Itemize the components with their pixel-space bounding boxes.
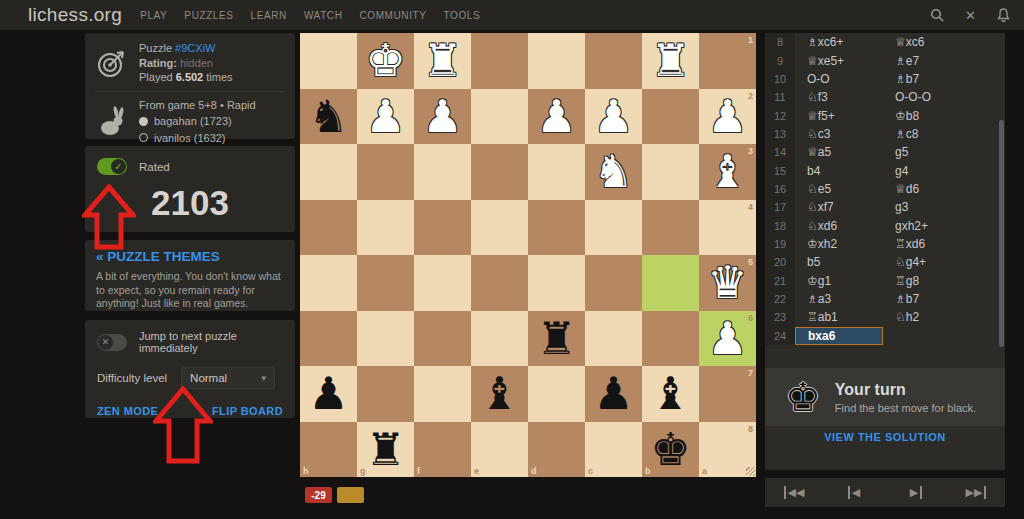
view-solution-link[interactable]: VIEW THE SOLUTION: [765, 431, 1005, 443]
square-h4[interactable]: [300, 200, 357, 256]
square-b3[interactable]: [642, 144, 699, 200]
square-a1[interactable]: 1: [699, 33, 756, 89]
coord-rank-6: 6: [748, 313, 753, 323]
move-number-24: 24: [765, 327, 795, 345]
piece-black-pawn[interactable]: ♟: [300, 366, 357, 422]
turn-feedback: ♚ Your turn Find the best move for black…: [765, 368, 1005, 426]
piece-black-rook[interactable]: ♜: [357, 422, 414, 478]
square-b5[interactable]: [642, 255, 699, 311]
piece-white-pawn[interactable]: ♟: [585, 89, 642, 145]
replay-first-button[interactable]: ◀◀: [765, 478, 825, 507]
move-16-black[interactable]: ♕d6: [883, 180, 1005, 198]
move-number-19: 19: [765, 235, 795, 253]
square-b4[interactable]: [642, 200, 699, 256]
piece-white-rook[interactable]: ♜: [642, 33, 699, 89]
move-18-black[interactable]: gxh2+: [883, 216, 1005, 234]
square-b8[interactable]: ♚b: [642, 422, 699, 478]
move-number-21: 21: [765, 271, 795, 289]
nav-item-watch[interactable]: WATCH: [304, 10, 343, 21]
square-e5[interactable]: [471, 255, 528, 311]
move-19-black[interactable]: ♖xd6: [883, 235, 1005, 253]
close-icon[interactable]: ✕: [965, 8, 976, 23]
puzzle-info-box: Puzzle #9CXiW Rating: hidden Played 6.50…: [85, 33, 295, 139]
piece-white-rook[interactable]: ♜: [414, 33, 471, 89]
square-g1[interactable]: ♚: [357, 33, 414, 89]
coord-file-b: b: [645, 466, 651, 476]
square-g8[interactable]: ♜g: [357, 422, 414, 478]
move-17-white[interactable]: ♘xf7: [795, 198, 883, 216]
move-number-12: 12: [765, 106, 795, 124]
square-f5[interactable]: [414, 255, 471, 311]
piece-black-pawn[interactable]: ♟: [585, 366, 642, 422]
piece-white-pawn[interactable]: ♟: [414, 89, 471, 145]
square-h6[interactable]: [300, 311, 357, 367]
square-h7[interactable]: ♟: [300, 366, 357, 422]
move-24-white[interactable]: bxa6: [795, 327, 883, 345]
square-c6[interactable]: [585, 311, 642, 367]
nav-item-puzzles[interactable]: PUZZLES: [184, 10, 233, 21]
square-d2[interactable]: ♟: [528, 89, 585, 145]
played-prefix: Played: [139, 71, 173, 83]
move-9-black[interactable]: ♗e7: [883, 51, 1005, 69]
move-11-white[interactable]: ♘f3: [795, 88, 883, 106]
square-f8[interactable]: f: [414, 422, 471, 478]
piece-white-king[interactable]: ♚: [357, 33, 414, 89]
chess-board: ♚♜♜1♞♟♟♟♟♟2♞♝34♛5♜♟6♟♝♟♝7h♜gfedc♚b8a: [300, 33, 756, 477]
rating-change-badge: -29: [305, 487, 332, 503]
piece-black-rook[interactable]: ♜: [528, 311, 585, 367]
coord-rank-1: 1: [748, 35, 753, 45]
move-number-15: 15: [765, 161, 795, 179]
lichess-logo[interactable]: lichess.org: [28, 4, 122, 26]
square-e1[interactable]: [471, 33, 528, 89]
annotation-arrow-rated: [82, 184, 136, 250]
nav-item-learn[interactable]: LEARN: [251, 10, 287, 21]
played-count: 6.502: [176, 71, 204, 83]
move-number-22: 22: [765, 290, 795, 308]
move-number-20: 20: [765, 253, 795, 271]
move-19-white[interactable]: ♔xh2: [795, 235, 883, 253]
square-e8[interactable]: e: [471, 422, 528, 478]
square-c1[interactable]: [585, 33, 642, 89]
move-17-black[interactable]: g3: [883, 198, 1005, 216]
square-e4[interactable]: [471, 200, 528, 256]
square-a7[interactable]: 7: [699, 366, 756, 422]
square-b7[interactable]: ♝: [642, 366, 699, 422]
move-number-10: 10: [765, 70, 795, 88]
black-king-icon: ♚: [785, 374, 821, 420]
square-b1[interactable]: ♜: [642, 33, 699, 89]
your-turn-subtitle: Find the best move for black.: [835, 402, 976, 414]
square-e6[interactable]: [471, 311, 528, 367]
move-number-13: 13: [765, 125, 795, 143]
square-g2[interactable]: ♟: [357, 89, 414, 145]
square-h5[interactable]: [300, 255, 357, 311]
bell-icon[interactable]: [997, 8, 1010, 22]
puzzle-themes-link[interactable]: « PUZZLE THEMES: [96, 249, 284, 264]
flip-board-button[interactable]: FLIP BOARD: [212, 405, 283, 417]
square-d6[interactable]: ♜: [528, 311, 585, 367]
move-number-16: 16: [765, 180, 795, 198]
square-d5[interactable]: [528, 255, 585, 311]
coord-rank-3: 3: [748, 146, 753, 156]
search-icon[interactable]: [930, 8, 944, 22]
square-g4[interactable]: [357, 200, 414, 256]
coord-file-e: e: [474, 466, 479, 476]
rating-value: hidden: [180, 57, 213, 69]
coord-rank-2: 2: [748, 91, 753, 101]
nav-item-play[interactable]: PLAY: [140, 10, 167, 21]
move-number-18: 18: [765, 216, 795, 234]
move-18-white[interactable]: ♘xd6: [795, 216, 883, 234]
coord-file-c: c: [588, 466, 593, 476]
square-f3[interactable]: [414, 144, 471, 200]
played-suffix: times: [206, 71, 232, 83]
square-g3[interactable]: [357, 144, 414, 200]
move-10-white[interactable]: O-O: [795, 70, 883, 88]
move-list-scrollbar[interactable]: [999, 120, 1004, 347]
coord-file-g: g: [360, 466, 366, 476]
square-g6[interactable]: [357, 311, 414, 367]
move-8-white[interactable]: ♗xc6+: [795, 33, 883, 51]
chevron-down-icon: ▾: [262, 373, 267, 383]
replay-controls: ◀◀◀▶▶▶: [765, 478, 1005, 507]
square-d3[interactable]: [528, 144, 585, 200]
piece-black-knight[interactable]: ♞: [300, 89, 357, 145]
coord-file-a: a: [702, 466, 707, 476]
piece-black-bishop[interactable]: ♝: [642, 366, 699, 422]
square-e3[interactable]: [471, 144, 528, 200]
move-14-white[interactable]: ♕a5: [795, 143, 883, 161]
nav-item-community[interactable]: COMMUNITY: [359, 10, 426, 21]
black-player-dot: [139, 133, 148, 142]
rabbit-icon: [95, 105, 129, 137]
piece-white-pawn[interactable]: ♟: [357, 89, 414, 145]
nav-item-tools[interactable]: TOOLS: [444, 10, 481, 21]
square-a3[interactable]: ♝3: [699, 144, 756, 200]
square-a8[interactable]: 8a: [699, 422, 756, 478]
move-22-black[interactable]: ♗b7: [883, 290, 1005, 308]
rating-label: Rating:: [139, 57, 177, 69]
move-16-white[interactable]: ♘e5: [795, 180, 883, 198]
square-g5[interactable]: [357, 255, 414, 311]
puzzle-id-link[interactable]: #9CXiW: [175, 42, 215, 54]
streak-badge: [337, 487, 364, 503]
square-f7[interactable]: [414, 366, 471, 422]
square-a6[interactable]: ♟6: [699, 311, 756, 367]
move-13-white[interactable]: ♘c3: [795, 125, 883, 143]
move-10-black[interactable]: ♗b7: [883, 70, 1005, 88]
puzzle-themes-description: A bit of everything. You don't know what…: [96, 270, 284, 311]
divider: [95, 91, 285, 92]
jump-next-label: Jump to next puzzle immediately: [139, 330, 283, 354]
square-c8[interactable]: c: [585, 422, 642, 478]
move-23-black[interactable]: ♘h2: [883, 308, 1005, 326]
square-f1[interactable]: ♜: [414, 33, 471, 89]
move-11-black[interactable]: O-O-O: [883, 88, 1005, 106]
coord-file-d: d: [531, 466, 537, 476]
square-d4[interactable]: [528, 200, 585, 256]
replay-prev-button[interactable]: ◀: [825, 478, 885, 507]
puzzle-word: Puzzle: [139, 42, 172, 54]
square-b2[interactable]: [642, 89, 699, 145]
move-21-black[interactable]: ♖g8: [883, 271, 1005, 289]
black-player-name[interactable]: ivanilos (1632): [154, 131, 226, 146]
move-12-black[interactable]: ♔b8: [883, 106, 1005, 124]
move-number-9: 9: [765, 51, 795, 69]
replay-next-button[interactable]: ▶: [885, 478, 945, 507]
coord-rank-8: 8: [748, 424, 753, 434]
coord-rank-5: 5: [748, 257, 753, 267]
move-23-white[interactable]: ♖ab1: [795, 308, 883, 326]
move-number-11: 11: [765, 88, 795, 106]
move-14-black[interactable]: g5: [883, 143, 1005, 161]
square-d1[interactable]: [528, 33, 585, 89]
square-h3[interactable]: [300, 144, 357, 200]
move-number-14: 14: [765, 143, 795, 161]
coord-rank-7: 7: [748, 368, 753, 378]
square-g7[interactable]: [357, 366, 414, 422]
piece-white-pawn[interactable]: ♟: [528, 89, 585, 145]
square-c3[interactable]: ♞: [585, 144, 642, 200]
piece-black-bishop[interactable]: ♝: [471, 366, 528, 422]
move-number-8: 8: [765, 33, 795, 51]
white-player-name[interactable]: bagahan (1723): [154, 114, 232, 129]
move-12-white[interactable]: ♕f5+: [795, 106, 883, 124]
move-20-black[interactable]: ♘g4+: [883, 253, 1005, 271]
square-h1[interactable]: [300, 33, 357, 89]
move-9-white[interactable]: ♕xe5+: [795, 51, 883, 69]
zen-mode-button[interactable]: ZEN MODE: [97, 405, 158, 417]
square-a5[interactable]: ♛5: [699, 255, 756, 311]
move-13-black[interactable]: ♗c8: [883, 125, 1005, 143]
move-15-black[interactable]: g4: [883, 161, 1005, 179]
move-21-white[interactable]: ♔g1: [795, 271, 883, 289]
move-list: 8♗xc6+♕xc69♕xe5+♗e710O-O♗b711♘f3O-O-O12♕…: [765, 33, 1005, 345]
annotation-arrow-difficulty: [153, 386, 213, 464]
difficulty-value: Normal: [190, 372, 227, 384]
square-c4[interactable]: [585, 200, 642, 256]
game-source[interactable]: From game 5+8 • Rapid: [139, 98, 256, 113]
rated-toggle[interactable]: ✓: [97, 158, 127, 175]
square-b6[interactable]: [642, 311, 699, 367]
square-a2[interactable]: ♟2: [699, 89, 756, 145]
piece-white-knight[interactable]: ♞: [585, 144, 642, 200]
analysis-panel: 8♗xc6+♕xc69♕xe5+♗e710O-O♗b711♘f3O-O-O12♕…: [765, 33, 1005, 470]
move-20-white[interactable]: b5: [795, 253, 883, 271]
move-22-white[interactable]: ♗a3: [795, 290, 883, 308]
your-turn-title: Your turn: [835, 381, 976, 399]
puzzle-themes-box: « PUZZLE THEMES A bit of everything. You…: [85, 240, 295, 311]
move-number-17: 17: [765, 198, 795, 216]
coord-rank-4: 4: [748, 202, 753, 212]
square-e7[interactable]: ♝: [471, 366, 528, 422]
square-f6[interactable]: [414, 311, 471, 367]
move-8-black[interactable]: ♕xc6: [883, 33, 1005, 51]
square-a4[interactable]: 4: [699, 200, 756, 256]
coord-file-h: h: [303, 466, 309, 476]
top-icons: ✕: [930, 8, 1010, 23]
square-h8[interactable]: h: [300, 422, 357, 478]
board-resize-handle[interactable]: [746, 467, 755, 476]
move-24-black[interactable]: [883, 327, 1005, 345]
square-c2[interactable]: ♟: [585, 89, 642, 145]
square-e2[interactable]: [471, 89, 528, 145]
white-player-dot: [139, 117, 148, 126]
square-f4[interactable]: [414, 200, 471, 256]
square-f2[interactable]: ♟: [414, 89, 471, 145]
replay-last-button[interactable]: ▶▶: [945, 478, 1005, 507]
move-number-23: 23: [765, 308, 795, 326]
square-h2[interactable]: ♞: [300, 89, 357, 145]
puzzle-target-icon: [95, 47, 129, 79]
square-c5[interactable]: [585, 255, 642, 311]
square-d7[interactable]: [528, 366, 585, 422]
square-c7[interactable]: ♟: [585, 366, 642, 422]
jump-next-toggle[interactable]: ✕: [97, 334, 127, 351]
difficulty-label: Difficulty level: [97, 372, 167, 384]
move-15-white[interactable]: b4: [795, 161, 883, 179]
coord-file-f: f: [417, 466, 420, 476]
square-d8[interactable]: d: [528, 422, 585, 478]
main-nav: PLAYPUZZLESLEARNWATCHCOMMUNITYTOOLS: [140, 10, 480, 21]
lichess-puzzle-page: lichess.org PLAYPUZZLESLEARNWATCHCOMMUNI…: [0, 0, 1024, 519]
rated-label: Rated: [139, 161, 170, 173]
top-navbar: lichess.org PLAYPUZZLESLEARNWATCHCOMMUNI…: [0, 0, 1024, 30]
